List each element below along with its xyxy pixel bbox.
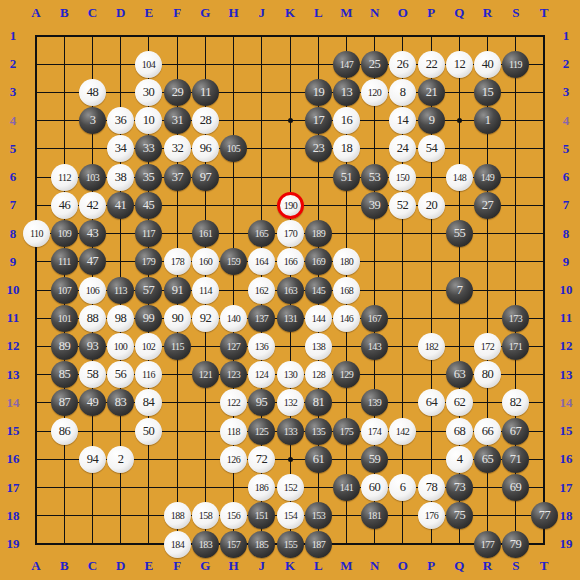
go-stone-M3: 13 bbox=[333, 79, 360, 106]
go-stone-H13: 123 bbox=[220, 361, 247, 388]
coord-label-bottom-P: P bbox=[427, 558, 435, 574]
stone-move-number: 131 bbox=[284, 314, 298, 324]
coord-label-left-11: 11 bbox=[7, 310, 19, 326]
coord-label-bottom-F: F bbox=[173, 558, 181, 574]
stone-move-number: 150 bbox=[396, 173, 410, 183]
stone-move-number: 21 bbox=[426, 86, 438, 99]
stone-move-number: 183 bbox=[199, 540, 213, 550]
stone-move-number: 167 bbox=[368, 314, 382, 324]
go-stone-Q14: 62 bbox=[446, 389, 473, 416]
go-stone-B6: 112 bbox=[51, 164, 78, 191]
go-stone-H19: 157 bbox=[220, 531, 247, 558]
go-stone-J16: 72 bbox=[248, 446, 275, 473]
go-stone-P12: 182 bbox=[418, 333, 445, 360]
stone-move-number: 3 bbox=[90, 114, 96, 127]
go-stone-C12: 93 bbox=[79, 333, 106, 360]
stone-move-number: 86 bbox=[59, 425, 71, 438]
go-stone-K17: 152 bbox=[277, 474, 304, 501]
stone-move-number: 53 bbox=[369, 171, 381, 184]
stone-move-number: 172 bbox=[481, 342, 495, 352]
go-stone-F18: 188 bbox=[164, 502, 191, 529]
stone-move-number: 37 bbox=[172, 171, 184, 184]
stone-move-number: 114 bbox=[199, 286, 212, 296]
stone-move-number: 2 bbox=[118, 453, 124, 466]
go-stone-H16: 126 bbox=[220, 446, 247, 473]
stone-move-number: 66 bbox=[482, 425, 494, 438]
coord-label-top-R: R bbox=[483, 5, 492, 21]
coord-label-top-E: E bbox=[145, 5, 154, 21]
stone-move-number: 6 bbox=[400, 481, 406, 494]
stone-move-number: 163 bbox=[284, 286, 298, 296]
stone-move-number: 133 bbox=[284, 427, 298, 437]
stone-move-number: 160 bbox=[199, 257, 213, 267]
coord-label-top-K: K bbox=[285, 5, 295, 21]
stone-move-number: 166 bbox=[284, 257, 298, 267]
go-stone-C11: 88 bbox=[79, 305, 106, 332]
go-stone-M6: 51 bbox=[333, 164, 360, 191]
stone-move-number: 83 bbox=[115, 396, 127, 409]
stone-move-number: 15 bbox=[482, 86, 494, 99]
go-stone-F6: 37 bbox=[164, 164, 191, 191]
coord-label-bottom-H: H bbox=[228, 558, 238, 574]
coord-label-right-3: 3 bbox=[563, 84, 570, 100]
go-stone-J9: 164 bbox=[248, 248, 275, 275]
stone-move-number: 47 bbox=[87, 255, 99, 268]
stone-move-number: 125 bbox=[255, 427, 269, 437]
stone-move-number: 20 bbox=[426, 199, 438, 212]
coord-label-right-13: 13 bbox=[560, 367, 573, 383]
stone-move-number: 25 bbox=[369, 58, 381, 71]
coord-label-left-1: 1 bbox=[10, 28, 17, 44]
go-stone-G19: 183 bbox=[192, 531, 219, 558]
stone-move-number: 130 bbox=[284, 370, 298, 380]
go-stone-O2: 26 bbox=[389, 51, 416, 78]
go-stone-O15: 142 bbox=[389, 418, 416, 445]
stone-move-number: 82 bbox=[510, 396, 522, 409]
go-stone-G11: 92 bbox=[192, 305, 219, 332]
go-stone-E15: 50 bbox=[135, 418, 162, 445]
go-stone-G18: 158 bbox=[192, 502, 219, 529]
go-stone-M9: 180 bbox=[333, 248, 360, 275]
coord-label-bottom-Q: Q bbox=[454, 558, 464, 574]
go-board[interactable]: AABBCCDDEEFFGGHHJJKKLLMMNNOOPPQQRRSSTT11… bbox=[0, 0, 580, 580]
stone-move-number: 8 bbox=[400, 86, 406, 99]
stone-move-number: 90 bbox=[172, 312, 184, 325]
stone-move-number: 144 bbox=[312, 314, 326, 324]
go-stone-C6: 103 bbox=[79, 164, 106, 191]
coord-label-left-18: 18 bbox=[7, 508, 20, 524]
go-stone-L11: 144 bbox=[305, 305, 332, 332]
stone-move-number: 122 bbox=[227, 398, 241, 408]
stone-move-number: 75 bbox=[454, 509, 466, 522]
go-stone-R4: 1 bbox=[474, 107, 501, 134]
coord-label-top-M: M bbox=[340, 5, 352, 21]
stone-move-number: 111 bbox=[58, 257, 71, 267]
go-stone-E13: 116 bbox=[135, 361, 162, 388]
go-stone-K11: 131 bbox=[277, 305, 304, 332]
stone-move-number: 13 bbox=[341, 86, 353, 99]
go-stone-F3: 29 bbox=[164, 79, 191, 106]
stone-move-number: 105 bbox=[227, 144, 241, 154]
go-stone-P4: 9 bbox=[418, 107, 445, 134]
stone-move-number: 59 bbox=[369, 453, 381, 466]
go-stone-K15: 133 bbox=[277, 418, 304, 445]
stone-move-number: 161 bbox=[199, 229, 213, 239]
go-stone-C7: 42 bbox=[79, 192, 106, 219]
go-stone-E8: 117 bbox=[135, 220, 162, 247]
stone-move-number: 107 bbox=[58, 286, 72, 296]
go-stone-E6: 35 bbox=[135, 164, 162, 191]
coord-label-left-6: 6 bbox=[10, 169, 17, 185]
stone-move-number: 117 bbox=[142, 229, 155, 239]
stone-move-number: 1 bbox=[485, 114, 491, 127]
go-stone-S17: 69 bbox=[502, 474, 529, 501]
stone-move-number: 34 bbox=[115, 142, 127, 155]
stone-move-number: 120 bbox=[368, 88, 382, 98]
go-stone-K8: 170 bbox=[277, 220, 304, 247]
go-stone-F9: 178 bbox=[164, 248, 191, 275]
go-stone-O17: 6 bbox=[389, 474, 416, 501]
coord-label-bottom-K: K bbox=[285, 558, 295, 574]
stone-move-number: 145 bbox=[312, 286, 326, 296]
go-stone-O4: 14 bbox=[389, 107, 416, 134]
stone-move-number: 33 bbox=[143, 142, 155, 155]
go-stone-Q6: 148 bbox=[446, 164, 473, 191]
go-stone-M10: 168 bbox=[333, 277, 360, 304]
coord-label-top-J: J bbox=[259, 5, 266, 21]
go-stone-B11: 101 bbox=[51, 305, 78, 332]
coord-label-right-4: 4 bbox=[563, 113, 570, 129]
go-stone-N11: 167 bbox=[361, 305, 388, 332]
stone-move-number: 148 bbox=[453, 173, 467, 183]
go-stone-H11: 140 bbox=[220, 305, 247, 332]
go-stone-D13: 56 bbox=[107, 361, 134, 388]
go-stone-E10: 57 bbox=[135, 277, 162, 304]
go-stone-E2: 104 bbox=[135, 51, 162, 78]
stone-move-number: 85 bbox=[59, 368, 71, 381]
stone-move-number: 38 bbox=[115, 171, 127, 184]
coord-label-top-A: A bbox=[31, 5, 40, 21]
go-stone-D10: 113 bbox=[107, 277, 134, 304]
star-point bbox=[288, 457, 293, 462]
stone-move-number: 99 bbox=[143, 312, 155, 325]
stone-move-number: 170 bbox=[284, 229, 298, 239]
go-stone-C4: 3 bbox=[79, 107, 106, 134]
go-stone-D5: 34 bbox=[107, 135, 134, 162]
coord-label-top-N: N bbox=[370, 5, 379, 21]
go-stone-E14: 84 bbox=[135, 389, 162, 416]
stone-move-number: 137 bbox=[255, 314, 269, 324]
stone-move-number: 12 bbox=[454, 58, 466, 71]
go-stone-K19: 155 bbox=[277, 531, 304, 558]
go-stone-R7: 27 bbox=[474, 192, 501, 219]
stone-move-number: 68 bbox=[454, 425, 466, 438]
go-stone-B13: 85 bbox=[51, 361, 78, 388]
stone-move-number: 28 bbox=[200, 114, 212, 127]
go-stone-T18: 77 bbox=[531, 502, 558, 529]
go-stone-R3: 15 bbox=[474, 79, 501, 106]
stone-move-number: 177 bbox=[481, 540, 495, 550]
stone-move-number: 100 bbox=[114, 342, 128, 352]
coord-label-top-O: O bbox=[398, 5, 408, 21]
stone-move-number: 11 bbox=[200, 86, 211, 99]
coord-label-right-7: 7 bbox=[563, 197, 570, 213]
go-stone-J18: 151 bbox=[248, 502, 275, 529]
coord-label-top-F: F bbox=[173, 5, 181, 21]
stone-move-number: 97 bbox=[200, 171, 212, 184]
stone-move-number: 91 bbox=[172, 284, 184, 297]
stone-move-number: 155 bbox=[284, 540, 298, 550]
stone-move-number: 50 bbox=[143, 425, 155, 438]
stone-move-number: 126 bbox=[227, 455, 241, 465]
go-stone-J14: 95 bbox=[248, 389, 275, 416]
stone-move-number: 129 bbox=[340, 370, 354, 380]
go-stone-E7: 45 bbox=[135, 192, 162, 219]
coord-label-right-17: 17 bbox=[560, 480, 573, 496]
go-stone-G6: 97 bbox=[192, 164, 219, 191]
coord-label-bottom-T: T bbox=[540, 558, 549, 574]
go-stone-N16: 59 bbox=[361, 446, 388, 473]
stone-move-number: 49 bbox=[87, 396, 99, 409]
go-stone-M5: 18 bbox=[333, 135, 360, 162]
go-stone-H12: 127 bbox=[220, 333, 247, 360]
go-stone-H14: 122 bbox=[220, 389, 247, 416]
go-stone-C16: 94 bbox=[79, 446, 106, 473]
stone-move-number: 71 bbox=[510, 453, 522, 466]
go-stone-L19: 187 bbox=[305, 531, 332, 558]
go-stone-D12: 100 bbox=[107, 333, 134, 360]
stone-move-number: 4 bbox=[457, 453, 463, 466]
stone-move-number: 179 bbox=[142, 257, 156, 267]
stone-move-number: 187 bbox=[312, 540, 326, 550]
go-stone-B8: 109 bbox=[51, 220, 78, 247]
stone-move-number: 182 bbox=[425, 342, 439, 352]
coord-label-bottom-A: A bbox=[31, 558, 40, 574]
stone-move-number: 149 bbox=[481, 173, 495, 183]
go-stone-R16: 65 bbox=[474, 446, 501, 473]
stone-move-number: 188 bbox=[171, 511, 185, 521]
go-stone-B7: 46 bbox=[51, 192, 78, 219]
stone-move-number: 178 bbox=[171, 257, 185, 267]
stone-move-number: 113 bbox=[114, 286, 127, 296]
go-stone-P5: 54 bbox=[418, 135, 445, 162]
go-stone-P3: 21 bbox=[418, 79, 445, 106]
stone-move-number: 57 bbox=[143, 284, 155, 297]
go-stone-G3: 11 bbox=[192, 79, 219, 106]
go-stone-C8: 43 bbox=[79, 220, 106, 247]
stone-move-number: 52 bbox=[397, 199, 409, 212]
stone-move-number: 32 bbox=[172, 142, 184, 155]
go-stone-N6: 53 bbox=[361, 164, 388, 191]
go-stone-Q15: 68 bbox=[446, 418, 473, 445]
coord-label-top-S: S bbox=[512, 5, 519, 21]
go-stone-S12: 171 bbox=[502, 333, 529, 360]
stone-move-number: 185 bbox=[255, 540, 269, 550]
go-stone-R6: 149 bbox=[474, 164, 501, 191]
stone-move-number: 104 bbox=[142, 60, 156, 70]
coord-label-right-19: 19 bbox=[560, 536, 573, 552]
stone-move-number: 123 bbox=[227, 370, 241, 380]
go-stone-G8: 161 bbox=[192, 220, 219, 247]
coord-label-right-8: 8 bbox=[563, 226, 570, 242]
stone-move-number: 106 bbox=[86, 286, 100, 296]
stone-move-number: 186 bbox=[255, 483, 269, 493]
coord-label-top-T: T bbox=[540, 5, 549, 21]
go-stone-L9: 169 bbox=[305, 248, 332, 275]
stone-move-number: 42 bbox=[87, 199, 99, 212]
coord-label-right-15: 15 bbox=[560, 423, 573, 439]
coord-label-left-2: 2 bbox=[10, 56, 17, 72]
go-stone-S11: 173 bbox=[502, 305, 529, 332]
stone-move-number: 29 bbox=[172, 86, 184, 99]
stone-move-number: 159 bbox=[227, 257, 241, 267]
go-stone-R12: 172 bbox=[474, 333, 501, 360]
stone-move-number: 95 bbox=[256, 396, 268, 409]
coord-label-right-6: 6 bbox=[563, 169, 570, 185]
stone-move-number: 65 bbox=[482, 453, 494, 466]
go-stone-L16: 61 bbox=[305, 446, 332, 473]
go-stone-L13: 128 bbox=[305, 361, 332, 388]
stone-move-number: 10 bbox=[143, 114, 155, 127]
coord-label-right-16: 16 bbox=[560, 451, 573, 467]
stone-move-number: 77 bbox=[539, 509, 551, 522]
star-point bbox=[288, 118, 293, 123]
stone-move-number: 136 bbox=[255, 342, 269, 352]
go-stone-N15: 174 bbox=[361, 418, 388, 445]
go-stone-L8: 189 bbox=[305, 220, 332, 247]
go-stone-S16: 71 bbox=[502, 446, 529, 473]
go-stone-Q2: 12 bbox=[446, 51, 473, 78]
coord-label-right-11: 11 bbox=[560, 310, 572, 326]
go-stone-Q13: 63 bbox=[446, 361, 473, 388]
stone-move-number: 45 bbox=[143, 199, 155, 212]
go-stone-D7: 41 bbox=[107, 192, 134, 219]
coord-label-left-15: 15 bbox=[7, 423, 20, 439]
stone-move-number: 143 bbox=[368, 342, 382, 352]
go-stone-D4: 36 bbox=[107, 107, 134, 134]
go-stone-H9: 159 bbox=[220, 248, 247, 275]
stone-move-number: 115 bbox=[171, 342, 184, 352]
stone-move-number: 81 bbox=[313, 396, 325, 409]
go-stone-K18: 154 bbox=[277, 502, 304, 529]
stone-move-number: 67 bbox=[510, 425, 522, 438]
go-stone-H5: 105 bbox=[220, 135, 247, 162]
coord-label-right-9: 9 bbox=[563, 254, 570, 270]
go-stone-E4: 10 bbox=[135, 107, 162, 134]
go-stone-R13: 80 bbox=[474, 361, 501, 388]
stone-move-number: 141 bbox=[340, 483, 354, 493]
stone-move-number: 110 bbox=[30, 229, 43, 239]
stone-move-number: 146 bbox=[340, 314, 354, 324]
stone-move-number: 39 bbox=[369, 199, 381, 212]
go-stone-S19: 79 bbox=[502, 531, 529, 558]
go-stone-M11: 146 bbox=[333, 305, 360, 332]
coord-label-top-G: G bbox=[200, 5, 210, 21]
stone-move-number: 72 bbox=[256, 453, 268, 466]
coord-label-right-10: 10 bbox=[560, 282, 573, 298]
coord-label-left-10: 10 bbox=[7, 282, 20, 298]
go-stone-A8: 110 bbox=[23, 220, 50, 247]
coord-label-left-8: 8 bbox=[10, 226, 17, 242]
go-stone-C9: 47 bbox=[79, 248, 106, 275]
coord-label-left-4: 4 bbox=[10, 113, 17, 129]
stone-move-number: 43 bbox=[87, 227, 99, 240]
coord-label-bottom-C: C bbox=[88, 558, 97, 574]
stone-move-number: 27 bbox=[482, 199, 494, 212]
go-stone-D11: 98 bbox=[107, 305, 134, 332]
stone-move-number: 98 bbox=[115, 312, 127, 325]
stone-move-number: 96 bbox=[200, 142, 212, 155]
go-stone-C3: 48 bbox=[79, 79, 106, 106]
coord-label-right-5: 5 bbox=[563, 141, 570, 157]
go-stone-D6: 38 bbox=[107, 164, 134, 191]
go-stone-B9: 111 bbox=[51, 248, 78, 275]
go-stone-M13: 129 bbox=[333, 361, 360, 388]
go-stone-L12: 138 bbox=[305, 333, 332, 360]
stone-move-number: 103 bbox=[86, 173, 100, 183]
coord-label-left-12: 12 bbox=[7, 338, 20, 354]
coord-label-bottom-B: B bbox=[60, 558, 69, 574]
stone-move-number: 119 bbox=[509, 60, 522, 70]
stone-move-number: 147 bbox=[340, 60, 354, 70]
coord-label-bottom-E: E bbox=[145, 558, 154, 574]
coord-label-bottom-O: O bbox=[398, 558, 408, 574]
coord-label-left-3: 3 bbox=[10, 84, 17, 100]
go-stone-N3: 120 bbox=[361, 79, 388, 106]
stone-move-number: 78 bbox=[426, 481, 438, 494]
stone-move-number: 22 bbox=[426, 58, 438, 71]
stone-move-number: 93 bbox=[87, 340, 99, 353]
go-stone-N18: 181 bbox=[361, 502, 388, 529]
coord-label-bottom-S: S bbox=[512, 558, 519, 574]
stone-move-number: 54 bbox=[426, 142, 438, 155]
coord-label-bottom-L: L bbox=[314, 558, 323, 574]
stone-move-number: 121 bbox=[199, 370, 213, 380]
stone-move-number: 23 bbox=[313, 142, 325, 155]
stone-move-number: 14 bbox=[397, 114, 409, 127]
go-stone-B14: 87 bbox=[51, 389, 78, 416]
go-stone-F5: 32 bbox=[164, 135, 191, 162]
go-stone-B12: 89 bbox=[51, 333, 78, 360]
stone-move-number: 158 bbox=[199, 511, 213, 521]
stone-move-number: 87 bbox=[59, 396, 71, 409]
stone-move-number: 165 bbox=[255, 229, 269, 239]
coord-label-top-D: D bbox=[116, 5, 125, 21]
coord-label-top-B: B bbox=[60, 5, 69, 21]
go-stone-E5: 33 bbox=[135, 135, 162, 162]
go-stone-K14: 132 bbox=[277, 389, 304, 416]
go-stone-L5: 23 bbox=[305, 135, 332, 162]
go-stone-C10: 106 bbox=[79, 277, 106, 304]
stone-move-number: 124 bbox=[255, 370, 269, 380]
stone-move-number: 162 bbox=[255, 286, 269, 296]
stone-move-number: 80 bbox=[482, 368, 494, 381]
go-stone-R15: 66 bbox=[474, 418, 501, 445]
stone-move-number: 31 bbox=[172, 114, 184, 127]
go-stone-N7: 39 bbox=[361, 192, 388, 219]
stone-move-number: 79 bbox=[510, 538, 522, 551]
go-stone-N14: 139 bbox=[361, 389, 388, 416]
stone-move-number: 154 bbox=[284, 511, 298, 521]
stone-move-number: 174 bbox=[368, 427, 382, 437]
go-stone-F4: 31 bbox=[164, 107, 191, 134]
stone-move-number: 84 bbox=[143, 396, 155, 409]
go-stone-L10: 145 bbox=[305, 277, 332, 304]
go-stone-J15: 125 bbox=[248, 418, 275, 445]
coord-label-right-2: 2 bbox=[563, 56, 570, 72]
stone-move-number: 168 bbox=[340, 286, 354, 296]
stone-move-number: 128 bbox=[312, 370, 326, 380]
